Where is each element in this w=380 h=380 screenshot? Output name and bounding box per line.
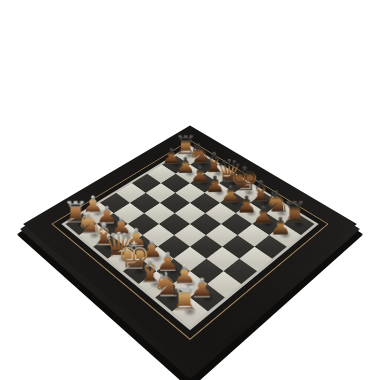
piece-black-pawn-h7[interactable]: ♟ bbox=[258, 214, 303, 239]
chess-board: ♜♞♝♛♚♝♞♜♟♟♟♟♟♟♟♟♟♟♟♟♟♟♟♟♜♞♝♛♚♝♞♜ bbox=[23, 126, 357, 370]
square-h7[interactable]: ♟ bbox=[269, 224, 301, 247]
piece-white-rook-h1[interactable]: ♜ bbox=[159, 283, 210, 316]
scene-perspective: ♜♞♝♛♚♝♞♜♟♟♟♟♟♟♟♟♟♟♟♟♟♟♟♟♜♞♝♛♚♝♞♜ bbox=[0, 0, 380, 380]
product-photo-chess-set: ♜♞♝♛♚♝♞♜♟♟♟♟♟♟♟♟♟♟♟♟♟♟♟♟♜♞♝♛♚♝♞♜ bbox=[0, 0, 380, 380]
board-inlay-pinstripe: ♜♞♝♛♚♝♞♜♟♟♟♟♟♟♟♟♟♟♟♟♟♟♟♟♜♞♝♛♚♝♞♜ bbox=[51, 140, 328, 340]
square-h1[interactable]: ♜ bbox=[172, 298, 208, 327]
board-frame: ♜♞♝♛♚♝♞♜♟♟♟♟♟♟♟♟♟♟♟♟♟♟♟♟♜♞♝♛♚♝♞♜ bbox=[23, 126, 357, 370]
